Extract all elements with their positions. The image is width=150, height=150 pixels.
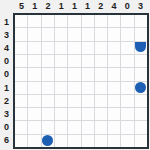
cell-r6c10[interactable]: [135, 82, 147, 94]
cell-r3c2[interactable]: [28, 42, 40, 54]
cell-r2c3[interactable]: [42, 28, 54, 40]
cell-r7c5[interactable]: [68, 95, 80, 107]
cell-r6c2[interactable]: [28, 82, 40, 94]
cell-r1c2[interactable]: [28, 15, 40, 27]
row-clue-9: 0: [0, 121, 13, 134]
cell-r7c7[interactable]: [95, 95, 107, 107]
cell-r5c9[interactable]: [121, 68, 133, 80]
cell-r10c5[interactable]: [68, 135, 80, 147]
cell-r5c1[interactable]: [15, 68, 27, 80]
cell-r2c1[interactable]: [15, 28, 27, 40]
cell-r10c2[interactable]: [28, 135, 40, 147]
cell-r2c2[interactable]: [28, 28, 40, 40]
cell-r2c5[interactable]: [68, 28, 80, 40]
cell-r4c4[interactable]: [55, 55, 67, 67]
cell-r9c8[interactable]: [108, 121, 120, 133]
col-clue-6: 1: [81, 0, 94, 13]
col-clue-7: 2: [94, 0, 107, 13]
submarine-piece: [135, 82, 146, 93]
cell-r8c6[interactable]: [82, 108, 94, 120]
submarine-piece: [42, 135, 53, 146]
cell-r8c5[interactable]: [68, 108, 80, 120]
cell-r4c9[interactable]: [121, 55, 133, 67]
battleships-board: 5121112403 1340012306: [0, 0, 149, 149]
cell-r2c10[interactable]: [135, 28, 147, 40]
cell-r9c9[interactable]: [121, 121, 133, 133]
ship-end-bottom-piece: [135, 42, 146, 53]
col-clue-1: 5: [15, 0, 28, 13]
cell-r8c7[interactable]: [95, 108, 107, 120]
cell-r10c10[interactable]: [135, 135, 147, 147]
cell-r3c7[interactable]: [95, 42, 107, 54]
cell-r1c7[interactable]: [95, 15, 107, 27]
cell-r6c5[interactable]: [68, 82, 80, 94]
cell-r4c6[interactable]: [82, 55, 94, 67]
col-clue-3: 2: [41, 0, 54, 13]
cell-r5c7[interactable]: [95, 68, 107, 80]
column-clues: 5121112403: [13, 0, 149, 13]
cell-r4c8[interactable]: [108, 55, 120, 67]
cell-r9c2[interactable]: [28, 121, 40, 133]
cell-r8c10[interactable]: [135, 108, 147, 120]
cell-r7c8[interactable]: [108, 95, 120, 107]
cell-r7c2[interactable]: [28, 95, 40, 107]
cell-r10c9[interactable]: [121, 135, 133, 147]
cell-r5c6[interactable]: [82, 68, 94, 80]
cell-r6c1[interactable]: [15, 82, 27, 94]
cell-r1c1[interactable]: [15, 15, 27, 27]
row-clue-4: 0: [0, 55, 13, 68]
row-clue-2: 3: [0, 28, 13, 41]
cell-r2c4[interactable]: [55, 28, 67, 40]
cell-r1c6[interactable]: [82, 15, 94, 27]
cell-r8c1[interactable]: [15, 108, 27, 120]
col-clue-9: 0: [121, 0, 134, 13]
cell-r2c7[interactable]: [95, 28, 107, 40]
cell-r3c8[interactable]: [108, 42, 120, 54]
col-clue-4: 1: [55, 0, 68, 13]
cell-r5c10[interactable]: [135, 68, 147, 80]
row-clue-6: 1: [0, 81, 13, 94]
col-clue-10: 3: [134, 0, 147, 13]
cell-r9c4[interactable]: [55, 121, 67, 133]
cell-r9c6[interactable]: [82, 121, 94, 133]
cell-r5c5[interactable]: [68, 68, 80, 80]
cell-r3c5[interactable]: [68, 42, 80, 54]
cell-r4c3[interactable]: [42, 55, 54, 67]
cell-r7c1[interactable]: [15, 95, 27, 107]
cell-r7c3[interactable]: [42, 95, 54, 107]
cell-r8c3[interactable]: [42, 108, 54, 120]
cell-r9c7[interactable]: [95, 121, 107, 133]
cell-r5c4[interactable]: [55, 68, 67, 80]
cell-r6c7[interactable]: [95, 82, 107, 94]
cell-r9c3[interactable]: [42, 121, 54, 133]
cell-r8c2[interactable]: [28, 108, 40, 120]
cell-r4c10[interactable]: [135, 55, 147, 67]
row-clue-1: 1: [0, 15, 13, 28]
cell-r1c10[interactable]: [135, 15, 147, 27]
cell-r2c8[interactable]: [108, 28, 120, 40]
cell-r7c10[interactable]: [135, 95, 147, 107]
cell-r1c8[interactable]: [108, 15, 120, 27]
cell-r4c2[interactable]: [28, 55, 40, 67]
cell-r9c1[interactable]: [15, 121, 27, 133]
cell-r4c5[interactable]: [68, 55, 80, 67]
cell-r10c7[interactable]: [95, 135, 107, 147]
col-clue-2: 1: [28, 0, 41, 13]
cell-r3c10[interactable]: [135, 42, 147, 54]
cell-r6c6[interactable]: [82, 82, 94, 94]
cell-r6c3[interactable]: [42, 82, 54, 94]
cell-r3c9[interactable]: [121, 42, 133, 54]
cell-r10c4[interactable]: [55, 135, 67, 147]
cell-r1c3[interactable]: [42, 15, 54, 27]
row-clue-7: 2: [0, 94, 13, 107]
cell-r10c8[interactable]: [108, 135, 120, 147]
cell-r7c4[interactable]: [55, 95, 67, 107]
cell-r6c8[interactable]: [108, 82, 120, 94]
cell-r8c4[interactable]: [55, 108, 67, 120]
cell-r3c4[interactable]: [55, 42, 67, 54]
cell-r9c5[interactable]: [68, 121, 80, 133]
cell-r5c8[interactable]: [108, 68, 120, 80]
cell-r1c5[interactable]: [68, 15, 80, 27]
cell-r4c1[interactable]: [15, 55, 27, 67]
row-clue-5: 0: [0, 68, 13, 81]
cell-r9c10[interactable]: [135, 121, 147, 133]
board-corner-spacer: [0, 0, 13, 13]
cell-r10c3[interactable]: [42, 135, 54, 147]
cell-r8c9[interactable]: [121, 108, 133, 120]
cell-r5c2[interactable]: [28, 68, 40, 80]
cell-r6c9[interactable]: [121, 82, 133, 94]
col-clue-8: 4: [107, 0, 120, 13]
cell-r3c3[interactable]: [42, 42, 54, 54]
cell-r8c8[interactable]: [108, 108, 120, 120]
cell-r3c1[interactable]: [15, 42, 27, 54]
cell-r1c4[interactable]: [55, 15, 67, 27]
cell-r3c6[interactable]: [82, 42, 94, 54]
cell-r5c3[interactable]: [42, 68, 54, 80]
row-clue-3: 4: [0, 41, 13, 54]
cell-r2c9[interactable]: [121, 28, 133, 40]
cell-r10c1[interactable]: [15, 135, 27, 147]
cell-r7c9[interactable]: [121, 95, 133, 107]
col-clue-5: 1: [68, 0, 81, 13]
cell-r2c6[interactable]: [82, 28, 94, 40]
cell-r7c6[interactable]: [82, 95, 94, 107]
row-clue-8: 3: [0, 107, 13, 120]
cell-r6c4[interactable]: [55, 82, 67, 94]
cell-r10c6[interactable]: [82, 135, 94, 147]
cell-r1c9[interactable]: [121, 15, 133, 27]
cell-r4c7[interactable]: [95, 55, 107, 67]
puzzle-grid: [13, 13, 149, 149]
row-clue-10: 6: [0, 134, 13, 147]
row-clues: 1340012306: [0, 13, 13, 149]
